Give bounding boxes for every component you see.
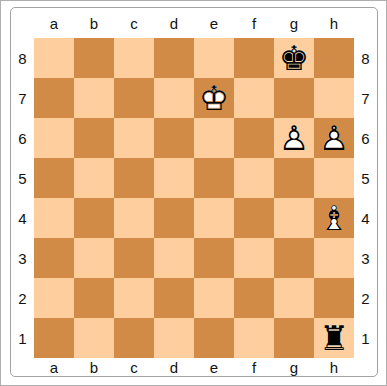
square-d3[interactable]	[154, 238, 194, 278]
file-label-top-b: b	[74, 8, 114, 38]
square-e4[interactable]	[194, 198, 234, 238]
black-rook-glyph: ♜	[314, 318, 354, 358]
rank-label-left-5: 5	[11, 158, 34, 198]
file-label-top-d: d	[154, 8, 194, 38]
square-f8[interactable]	[234, 38, 274, 78]
square-c8[interactable]	[114, 38, 154, 78]
rank-label-right-2: 2	[354, 278, 377, 318]
file-label-bottom-c: c	[114, 358, 154, 376]
rank-label-left-3: 3	[11, 238, 34, 278]
file-label-bottom-d: d	[154, 358, 194, 376]
square-f2[interactable]	[234, 278, 274, 318]
piece-white-king[interactable]: ♚♔	[194, 78, 234, 118]
rank-label-left-4: 4	[11, 198, 34, 238]
square-b1[interactable]	[74, 318, 114, 358]
square-b5[interactable]	[74, 158, 114, 198]
square-g5[interactable]	[274, 158, 314, 198]
file-label-top-a: a	[34, 8, 74, 38]
chess-board-grid: abcdefgh8♚87♚♔76♟♙♟♙6554♝♗433221♜1abcdef…	[11, 8, 377, 376]
square-a4[interactable]	[34, 198, 74, 238]
square-g7[interactable]	[274, 78, 314, 118]
square-d7[interactable]	[154, 78, 194, 118]
white-pawn-glyph: ♙	[274, 118, 314, 158]
square-h5[interactable]	[314, 158, 354, 198]
square-c5[interactable]	[114, 158, 154, 198]
corner-bottom-right	[354, 358, 377, 376]
chess-diagram-screenshot: abcdefgh8♚87♚♔76♟♙♟♙6554♝♗433221♜1abcdef…	[0, 0, 387, 386]
rank-label-right-6: 6	[354, 118, 377, 158]
square-c4[interactable]	[114, 198, 154, 238]
square-e2[interactable]	[194, 278, 234, 318]
file-label-bottom-a: a	[34, 358, 74, 376]
square-b8[interactable]	[74, 38, 114, 78]
square-e3[interactable]	[194, 238, 234, 278]
square-a1[interactable]	[34, 318, 74, 358]
square-b6[interactable]	[74, 118, 114, 158]
square-f4[interactable]	[234, 198, 274, 238]
file-label-bottom-b: b	[74, 358, 114, 376]
rank-label-right-1: 1	[354, 318, 377, 358]
chess-diagram-frame: abcdefgh8♚87♚♔76♟♙♟♙6554♝♗433221♜1abcdef…	[10, 7, 378, 377]
square-b7[interactable]	[74, 78, 114, 118]
piece-white-pawn[interactable]: ♟♙	[274, 118, 314, 158]
square-g2[interactable]	[274, 278, 314, 318]
square-e6[interactable]	[194, 118, 234, 158]
square-d1[interactable]	[154, 318, 194, 358]
square-g3[interactable]	[274, 238, 314, 278]
file-label-bottom-h: h	[314, 358, 354, 376]
square-h6[interactable]: ♟♙	[314, 118, 354, 158]
piece-black-rook[interactable]: ♜	[314, 318, 354, 358]
rank-label-right-4: 4	[354, 198, 377, 238]
square-a6[interactable]	[34, 118, 74, 158]
file-label-top-e: e	[194, 8, 234, 38]
square-h1[interactable]: ♜	[314, 318, 354, 358]
square-e1[interactable]	[194, 318, 234, 358]
corner-bottom-left	[11, 358, 34, 376]
square-g4[interactable]	[274, 198, 314, 238]
square-f6[interactable]	[234, 118, 274, 158]
piece-white-bishop[interactable]: ♝♗	[314, 198, 354, 238]
square-c2[interactable]	[114, 278, 154, 318]
file-label-top-c: c	[114, 8, 154, 38]
black-king-glyph: ♚	[274, 38, 314, 78]
square-b4[interactable]	[74, 198, 114, 238]
square-f7[interactable]	[234, 78, 274, 118]
rank-label-left-1: 1	[11, 318, 34, 358]
square-a3[interactable]	[34, 238, 74, 278]
square-c6[interactable]	[114, 118, 154, 158]
file-label-bottom-f: f	[234, 358, 274, 376]
corner-top-left	[11, 8, 34, 38]
square-c3[interactable]	[114, 238, 154, 278]
square-g8[interactable]: ♚	[274, 38, 314, 78]
file-label-bottom-g: g	[274, 358, 314, 376]
square-f3[interactable]	[234, 238, 274, 278]
square-e7[interactable]: ♚♔	[194, 78, 234, 118]
rank-label-left-2: 2	[11, 278, 34, 318]
square-g1[interactable]	[274, 318, 314, 358]
rank-label-left-8: 8	[11, 38, 34, 78]
rank-label-left-6: 6	[11, 118, 34, 158]
square-h3[interactable]	[314, 238, 354, 278]
square-e5[interactable]	[194, 158, 234, 198]
white-king-glyph: ♔	[194, 78, 234, 118]
square-h8[interactable]	[314, 38, 354, 78]
square-d8[interactable]	[154, 38, 194, 78]
square-d2[interactable]	[154, 278, 194, 318]
file-label-bottom-e: e	[194, 358, 234, 376]
square-a5[interactable]	[34, 158, 74, 198]
square-b3[interactable]	[74, 238, 114, 278]
piece-black-king[interactable]: ♚	[274, 38, 314, 78]
rank-label-right-7: 7	[354, 78, 377, 118]
square-a7[interactable]	[34, 78, 74, 118]
square-d6[interactable]	[154, 118, 194, 158]
square-d5[interactable]	[154, 158, 194, 198]
piece-white-pawn[interactable]: ♟♙	[314, 118, 354, 158]
square-b2[interactable]	[74, 278, 114, 318]
square-h2[interactable]	[314, 278, 354, 318]
file-label-top-g: g	[274, 8, 314, 38]
rank-label-right-8: 8	[354, 38, 377, 78]
rank-label-right-3: 3	[354, 238, 377, 278]
square-h7[interactable]	[314, 78, 354, 118]
square-f1[interactable]	[234, 318, 274, 358]
square-c7[interactable]	[114, 78, 154, 118]
white-bishop-glyph: ♗	[314, 198, 354, 238]
square-h4[interactable]: ♝♗	[314, 198, 354, 238]
square-d4[interactable]	[154, 198, 194, 238]
corner-top-right	[354, 8, 377, 38]
white-pawn-glyph: ♙	[314, 118, 354, 158]
square-e8[interactable]	[194, 38, 234, 78]
square-f5[interactable]	[234, 158, 274, 198]
square-a2[interactable]	[34, 278, 74, 318]
rank-label-left-7: 7	[11, 78, 34, 118]
file-label-top-h: h	[314, 8, 354, 38]
square-g6[interactable]: ♟♙	[274, 118, 314, 158]
rank-label-right-5: 5	[354, 158, 377, 198]
square-c1[interactable]	[114, 318, 154, 358]
square-a8[interactable]	[34, 38, 74, 78]
file-label-top-f: f	[234, 8, 274, 38]
